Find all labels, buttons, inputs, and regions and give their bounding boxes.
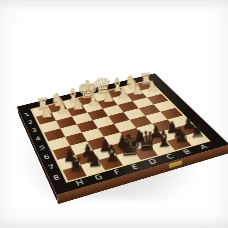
brass-hinge	[169, 160, 182, 168]
white-rook-piece: ♜	[138, 71, 153, 87]
white-bishop-piece: ♝	[64, 86, 82, 106]
white-bishop-piece: ♝	[108, 75, 126, 95]
chess-set: ♜♞♝♚♛♝♞♜♟♟♟♟♟♟♟♟♟♟♟♟♟♟♟♟♜♞♝♚♛♝♞♜ 1234567…	[25, 35, 203, 213]
product-photo: ♜♞♝♚♛♝♞♜♟♟♟♟♟♟♟♟♟♟♟♟♟♟♟♟♜♞♝♚♛♝♞♜ 1234567…	[0, 0, 228, 228]
